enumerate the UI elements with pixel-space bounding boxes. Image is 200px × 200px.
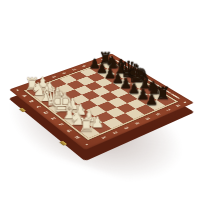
corner-dot-inlay <box>109 56 112 57</box>
board-frame: ABCDEFGH 87654321 87654321 ♜♞♝♛♚♝♞♜♟♟♟♟♟… <box>9 53 194 150</box>
rank-label: 7 <box>158 108 171 114</box>
rank-label: 8 <box>169 104 181 110</box>
chess-set-photo: ABCDEFGH 87654321 87654321 ♜♞♝♛♚♝♞♜♟♟♟♟♟… <box>0 0 200 200</box>
brass-clasp-icon <box>60 141 68 146</box>
corner-dot-inlay <box>16 89 19 91</box>
chess-board: ABCDEFGH 87654321 87654321 ♜♞♝♛♚♝♞♜♟♟♟♟♟… <box>9 53 194 150</box>
scene: ABCDEFGH 87654321 87654321 ♜♞♝♛♚♝♞♜♟♟♟♟♟… <box>0 0 200 200</box>
dot-inlay <box>145 78 155 84</box>
rank-label: 5 <box>138 117 151 123</box>
brass-clasp-icon <box>19 108 26 112</box>
corner-dot-inlay <box>85 143 89 145</box>
corner-dot-inlay <box>183 101 187 103</box>
